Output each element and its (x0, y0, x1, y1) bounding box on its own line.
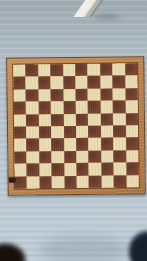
board-square-r6c2 (26, 126, 39, 139)
draughts-board (6, 56, 146, 196)
board-square-r9c3 (39, 163, 52, 176)
furniture-leg-shadow (94, 14, 120, 20)
board-square-r7c3 (39, 139, 52, 152)
board-square-r3c2 (26, 89, 39, 102)
board-square-r9c7 (89, 163, 102, 176)
board-square-r2c1 (13, 77, 26, 90)
board-square-r3c9 (113, 88, 126, 101)
floor-top-shading (0, 0, 147, 60)
board-square-r3c6 (76, 89, 89, 102)
board-square-r3c4 (51, 89, 64, 102)
board-square-r7c9 (113, 138, 126, 151)
board-square-r6c9 (113, 125, 126, 138)
board-square-r2c7 (88, 76, 101, 89)
board-square-r2c2 (26, 77, 39, 90)
board-square-r5c2 (26, 114, 39, 127)
board-square-r3c8 (100, 88, 113, 101)
board-square-r10c9 (114, 175, 127, 188)
board-square-r9c10 (126, 162, 139, 175)
board-square-r5c4 (51, 114, 64, 127)
board-square-r10c10 (126, 175, 139, 188)
board-square-r7c10 (126, 138, 139, 151)
board-square-r9c5 (64, 163, 77, 176)
board-square-r9c6 (76, 163, 89, 176)
board-square-r2c5 (63, 76, 76, 89)
board-square-r10c6 (77, 175, 90, 188)
board-square-r5c3 (39, 114, 52, 127)
board-square-r9c1 (14, 164, 27, 177)
board-square-r7c2 (27, 139, 40, 152)
brand-plaque (9, 177, 16, 183)
board-square-r3c7 (88, 88, 101, 101)
board-square-r7c6 (76, 138, 89, 151)
board-square-r3c10 (125, 88, 138, 101)
board-square-r1c10 (125, 63, 138, 76)
board-square-r6c4 (51, 126, 64, 139)
board-square-r3c5 (63, 89, 76, 102)
board-square-r8c5 (64, 151, 77, 164)
board-square-r4c10 (125, 100, 138, 113)
board-square-r8c9 (113, 150, 126, 163)
board-square-r2c8 (100, 76, 113, 89)
board-square-r4c2 (26, 102, 39, 115)
board-square-r4c1 (14, 102, 27, 115)
board-square-r3c1 (14, 89, 27, 102)
board-square-r2c6 (75, 76, 88, 89)
board-square-r10c7 (89, 175, 102, 188)
board-square-r8c6 (76, 151, 89, 164)
board-square-r5c8 (101, 113, 114, 126)
board-square-r1c4 (50, 64, 63, 77)
floor-soft-shadow (38, 236, 130, 261)
board-square-r5c9 (113, 113, 126, 126)
board-square-r2c9 (113, 76, 126, 89)
board-square-r8c8 (101, 150, 114, 163)
board-square-r4c8 (100, 101, 113, 114)
board-grid (13, 63, 139, 189)
board-square-r5c7 (88, 113, 101, 126)
board-square-r5c10 (125, 113, 138, 126)
board-square-r6c1 (14, 127, 27, 140)
board-square-r5c1 (14, 114, 27, 127)
board-square-r1c7 (88, 64, 101, 77)
board-square-r8c3 (39, 151, 52, 164)
board-square-r1c8 (100, 64, 113, 77)
board-square-r7c4 (51, 139, 64, 152)
board-square-r9c8 (101, 163, 114, 176)
board-square-r4c4 (51, 101, 64, 114)
board-square-r7c7 (89, 138, 102, 151)
board-square-r8c10 (126, 150, 139, 163)
board-square-r8c1 (14, 151, 27, 164)
board-square-r6c3 (39, 126, 52, 139)
board-square-r6c8 (101, 126, 114, 139)
board-square-r7c8 (101, 138, 114, 151)
board-square-r8c2 (27, 151, 40, 164)
board-square-r10c2 (27, 176, 40, 189)
board-square-r4c9 (113, 101, 126, 114)
board-square-r7c5 (64, 138, 77, 151)
board-square-r4c7 (88, 101, 101, 114)
board-square-r4c6 (76, 101, 89, 114)
board-square-r10c4 (52, 176, 65, 189)
board-square-r1c9 (112, 63, 125, 76)
board-square-r6c10 (126, 125, 139, 138)
board-square-r8c7 (89, 150, 102, 163)
board-square-r9c2 (27, 164, 40, 177)
board-square-r2c10 (125, 76, 138, 89)
board-square-r2c4 (51, 77, 64, 90)
board-square-r6c6 (76, 126, 89, 139)
board-square-r10c8 (101, 175, 114, 188)
board-square-r10c1 (15, 176, 28, 189)
board-square-r6c5 (64, 126, 77, 139)
board-square-r1c2 (26, 64, 39, 77)
board-square-r1c3 (38, 64, 51, 77)
board-square-r1c1 (13, 65, 26, 78)
photo-of-draughts-board (0, 0, 147, 261)
board-square-r1c5 (63, 64, 76, 77)
board-square-r1c6 (75, 64, 88, 77)
board-square-r2c3 (38, 77, 51, 90)
board-square-r10c3 (39, 176, 52, 189)
board-square-r8c4 (51, 151, 64, 164)
board-square-r10c5 (64, 176, 77, 189)
board-square-r9c4 (52, 163, 65, 176)
board-square-r5c6 (76, 113, 89, 126)
board-square-r9c9 (114, 163, 127, 176)
board-square-r4c3 (38, 101, 51, 114)
board-square-r6c7 (88, 126, 101, 139)
board-square-r4c5 (63, 101, 76, 114)
board-square-r5c5 (63, 114, 76, 127)
board-square-r7c1 (14, 139, 27, 152)
board-square-r3c3 (38, 89, 51, 102)
